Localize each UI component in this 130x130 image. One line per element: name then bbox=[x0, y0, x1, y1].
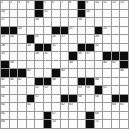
black-square-r7c9 bbox=[69, 52, 77, 60]
clue-number: 13 bbox=[120, 1, 124, 4]
black-square-r7c14 bbox=[112, 52, 120, 60]
cell-r5c10[interactable] bbox=[78, 35, 86, 43]
cell-r1c7[interactable]: 6 bbox=[52, 1, 60, 9]
cell-r11c15[interactable] bbox=[120, 86, 128, 94]
clue-number: 52 bbox=[44, 86, 48, 89]
clue-number: 36 bbox=[78, 52, 82, 55]
black-square-r4c1 bbox=[1, 27, 9, 35]
clue-number: 30 bbox=[27, 44, 31, 47]
black-square-r12c8 bbox=[61, 95, 69, 103]
cell-r15c4[interactable] bbox=[27, 120, 35, 128]
cell-r14c15[interactable] bbox=[120, 112, 128, 120]
cell-r5c2[interactable]: 24 bbox=[10, 35, 18, 43]
cell-r1c14[interactable]: 12 bbox=[112, 1, 120, 9]
cell-r11c8[interactable] bbox=[61, 86, 69, 94]
clue-number: 69 bbox=[1, 120, 5, 123]
cell-r9c9[interactable] bbox=[69, 69, 77, 77]
black-square-r11c12 bbox=[95, 86, 103, 94]
cell-r1c15[interactable]: 13 bbox=[120, 1, 128, 9]
black-square-r7c13 bbox=[103, 52, 111, 60]
cell-r8c13[interactable]: 40 bbox=[103, 61, 111, 69]
cell-r4c5[interactable] bbox=[35, 27, 43, 35]
cell-r13c10[interactable] bbox=[78, 103, 86, 111]
cell-r8c6[interactable] bbox=[44, 61, 52, 69]
clue-number: 62 bbox=[61, 103, 65, 106]
clue-number: 60 bbox=[1, 103, 5, 106]
cell-r12c5[interactable]: 57 bbox=[35, 95, 43, 103]
cell-r12c11[interactable] bbox=[86, 95, 94, 103]
cell-r2c14[interactable] bbox=[112, 10, 120, 18]
clue-number: 28 bbox=[95, 35, 99, 38]
clue-number: 66 bbox=[1, 112, 5, 115]
clue-number: 15 bbox=[44, 10, 48, 13]
cell-r1c4[interactable]: 4 bbox=[27, 1, 35, 9]
clue-number: 55 bbox=[103, 86, 107, 89]
cell-r15c2[interactable] bbox=[10, 120, 18, 128]
black-square-r1c10 bbox=[78, 1, 86, 9]
black-square-r12c15 bbox=[120, 95, 128, 103]
cell-r14c7[interactable]: 67 bbox=[52, 112, 60, 120]
cell-r7c10[interactable]: 36 bbox=[78, 52, 86, 60]
clue-number: 48 bbox=[52, 78, 56, 81]
cell-r12c2[interactable] bbox=[10, 95, 18, 103]
clue-number: 16 bbox=[86, 10, 90, 13]
cell-r5c6[interactable] bbox=[44, 35, 52, 43]
cell-r6c1[interactable]: 29 bbox=[1, 44, 9, 52]
cell-r2c4[interactable] bbox=[27, 10, 35, 18]
cell-r8c11[interactable] bbox=[86, 61, 94, 69]
cell-r7c11[interactable]: 37 bbox=[86, 52, 94, 60]
cell-r13c6[interactable] bbox=[44, 103, 52, 111]
cell-r2c12[interactable] bbox=[95, 10, 103, 18]
clue-number: 57 bbox=[35, 95, 39, 98]
black-square-r5c4 bbox=[27, 35, 35, 43]
cell-r13c8[interactable]: 62 bbox=[61, 103, 69, 111]
black-square-r6c6 bbox=[44, 44, 52, 52]
cell-r10c12[interactable]: 49 bbox=[95, 78, 103, 86]
black-square-r7c15 bbox=[120, 52, 128, 60]
cell-r2c11[interactable]: 16 bbox=[86, 10, 94, 18]
cell-r6c7[interactable]: 31 bbox=[52, 44, 60, 52]
cell-r13c11[interactable] bbox=[86, 103, 94, 111]
cell-r10c15[interactable] bbox=[120, 78, 128, 86]
cell-r15c7[interactable]: 70 bbox=[52, 120, 60, 128]
cell-r7c3[interactable] bbox=[18, 52, 26, 60]
black-square-r4c8 bbox=[61, 27, 69, 35]
cell-r14c12[interactable]: 68 bbox=[95, 112, 103, 120]
cell-r15c1[interactable]: 69 bbox=[1, 120, 9, 128]
cell-r5c14[interactable] bbox=[112, 35, 120, 43]
cell-r3c1[interactable]: 17 bbox=[1, 18, 9, 26]
cell-r9c12[interactable] bbox=[95, 69, 103, 77]
cell-r13c4[interactable]: 61 bbox=[27, 103, 35, 111]
cell-r13c12[interactable] bbox=[95, 103, 103, 111]
black-square-r12c4 bbox=[27, 95, 35, 103]
cell-r2c6[interactable]: 15 bbox=[44, 10, 52, 18]
cell-r14c4[interactable] bbox=[27, 112, 35, 120]
clue-number: 42 bbox=[27, 69, 31, 72]
clue-number: 29 bbox=[1, 44, 5, 47]
cell-r11c3[interactable] bbox=[18, 86, 26, 94]
cell-r5c12[interactable]: 28 bbox=[95, 35, 103, 43]
cell-r7c5[interactable]: 34 bbox=[35, 52, 43, 60]
cell-r13c15[interactable]: 65 bbox=[120, 103, 128, 111]
clue-number: 58 bbox=[78, 95, 82, 98]
cell-r10c1[interactable]: 45 bbox=[1, 78, 9, 86]
cell-r9c14[interactable] bbox=[112, 69, 120, 77]
black-square-r1c5 bbox=[35, 1, 43, 9]
black-square-r15c6 bbox=[44, 120, 52, 128]
cell-r15c3[interactable] bbox=[18, 120, 26, 128]
cell-r8c2[interactable]: 38 bbox=[10, 61, 18, 69]
cell-r3c5[interactable]: 18 bbox=[35, 18, 43, 26]
clue-number: 31 bbox=[52, 44, 56, 47]
cell-r6c14[interactable] bbox=[112, 44, 120, 52]
clue-number: 27 bbox=[61, 35, 65, 38]
clue-number: 37 bbox=[86, 52, 90, 55]
cell-r3c8[interactable] bbox=[61, 18, 69, 26]
cell-r8c8[interactable] bbox=[61, 61, 69, 69]
cell-r1c1[interactable]: 1 bbox=[1, 1, 9, 9]
cell-r3c7[interactable] bbox=[52, 18, 60, 26]
clue-number: 43 bbox=[61, 69, 65, 72]
cell-r5c5[interactable]: 25 bbox=[35, 35, 43, 43]
cell-r2c15[interactable] bbox=[120, 10, 128, 18]
clue-number: 63 bbox=[69, 103, 73, 106]
cell-r10c7[interactable]: 48 bbox=[52, 78, 60, 86]
crossword-board: 1234567891011121314151617181920212223242… bbox=[0, 0, 129, 129]
cell-r4c6[interactable] bbox=[44, 27, 52, 35]
cell-r4c11[interactable] bbox=[86, 27, 94, 35]
cell-r7c7[interactable] bbox=[52, 52, 60, 60]
cell-r14c10[interactable] bbox=[78, 112, 86, 120]
clue-number: 61 bbox=[27, 103, 31, 106]
clue-number: 4 bbox=[27, 1, 29, 4]
clue-number: 33 bbox=[1, 52, 5, 55]
clue-number: 22 bbox=[103, 27, 107, 30]
cell-r15c14[interactable] bbox=[112, 120, 120, 128]
cell-r8c4[interactable] bbox=[27, 61, 35, 69]
clue-number: 45 bbox=[1, 78, 5, 81]
cell-r15c12[interactable]: 71 bbox=[95, 120, 103, 128]
clue-number: 47 bbox=[18, 78, 22, 81]
clue-number: 26 bbox=[52, 35, 56, 38]
cell-r12c6[interactable] bbox=[44, 95, 52, 103]
cell-r13c13[interactable] bbox=[103, 103, 111, 111]
black-square-r4c12 bbox=[95, 27, 103, 35]
clue-number: 68 bbox=[95, 112, 99, 115]
cell-r6c15[interactable] bbox=[120, 44, 128, 52]
cell-r10c3[interactable]: 47 bbox=[18, 78, 26, 86]
clue-number: 9 bbox=[86, 1, 88, 4]
cell-r9c5[interactable] bbox=[35, 69, 43, 77]
cell-r11c7[interactable] bbox=[52, 86, 60, 94]
clue-number: 41 bbox=[112, 61, 116, 64]
cell-r8c10[interactable] bbox=[78, 61, 86, 69]
cell-r8c12[interactable] bbox=[95, 61, 103, 69]
black-square-r9c7 bbox=[52, 69, 60, 77]
cell-r8c3[interactable] bbox=[18, 61, 26, 69]
cell-r9c8[interactable]: 43 bbox=[61, 69, 69, 77]
cell-r5c3[interactable] bbox=[18, 35, 26, 43]
cell-r14c3[interactable] bbox=[18, 112, 26, 120]
clue-number: 64 bbox=[112, 103, 116, 106]
cell-r12c7[interactable] bbox=[52, 95, 60, 103]
cell-r4c3[interactable]: 20 bbox=[18, 27, 26, 35]
cell-r13c7[interactable] bbox=[52, 103, 60, 111]
cell-r2c13[interactable] bbox=[103, 10, 111, 18]
cell-r1c11[interactable]: 9 bbox=[86, 1, 94, 9]
clue-number: 20 bbox=[18, 27, 22, 30]
clue-number: 49 bbox=[95, 78, 99, 81]
black-square-r8c15 bbox=[120, 61, 128, 69]
black-square-r10c5 bbox=[35, 78, 43, 86]
cell-r13c5[interactable] bbox=[35, 103, 43, 111]
cell-r14c13[interactable] bbox=[103, 112, 111, 120]
cell-r14c8[interactable] bbox=[61, 112, 69, 120]
black-square-r4c2 bbox=[10, 27, 18, 35]
cell-r6c9[interactable] bbox=[69, 44, 77, 52]
black-square-r2c5 bbox=[35, 10, 43, 18]
clue-number: 56 bbox=[1, 95, 5, 98]
cell-r8c14[interactable]: 41 bbox=[112, 61, 120, 69]
cell-r9c6[interactable] bbox=[44, 69, 52, 77]
clue-number: 70 bbox=[52, 120, 56, 123]
cell-r6c13[interactable] bbox=[103, 44, 111, 52]
clue-number: 5 bbox=[44, 1, 46, 4]
clue-number: 3 bbox=[18, 1, 20, 4]
black-square-r2c10 bbox=[78, 10, 86, 18]
cell-r7c12[interactable] bbox=[95, 52, 103, 60]
cell-r2c7[interactable] bbox=[52, 10, 60, 18]
clue-number: 54 bbox=[86, 86, 90, 89]
cell-r11c13[interactable]: 55 bbox=[103, 86, 111, 94]
cell-r13c3[interactable] bbox=[18, 103, 26, 111]
cell-r2c3[interactable] bbox=[18, 10, 26, 18]
cell-r5c9[interactable] bbox=[69, 35, 77, 43]
cell-r13c1[interactable]: 60 bbox=[1, 103, 9, 111]
black-square-r6c10 bbox=[78, 44, 86, 52]
black-square-r10c6 bbox=[44, 78, 52, 86]
cell-r10c4[interactable] bbox=[27, 78, 35, 86]
cell-r10c13[interactable] bbox=[103, 78, 111, 86]
cell-r9c13[interactable] bbox=[103, 69, 111, 77]
cell-r11c11[interactable]: 54 bbox=[86, 86, 94, 94]
cell-r7c6[interactable]: 35 bbox=[44, 52, 52, 60]
cell-r9c4[interactable]: 42 bbox=[27, 69, 35, 77]
cell-r7c8[interactable] bbox=[61, 52, 69, 60]
cell-r1c6[interactable]: 5 bbox=[44, 1, 52, 9]
cell-r3c13[interactable] bbox=[103, 18, 111, 26]
cell-r4c13[interactable]: 22 bbox=[103, 27, 111, 35]
cell-r4c14[interactable] bbox=[112, 27, 120, 35]
cell-r11c2[interactable] bbox=[10, 86, 18, 94]
cell-r2c2[interactable] bbox=[10, 10, 18, 18]
cell-r3c2[interactable] bbox=[10, 18, 18, 26]
cell-r2c9[interactable] bbox=[69, 10, 77, 18]
clue-number: 32 bbox=[95, 44, 99, 47]
cell-r6c3[interactable] bbox=[18, 44, 26, 52]
clue-number: 11 bbox=[103, 1, 107, 4]
clue-number: 10 bbox=[95, 1, 99, 4]
cell-r1c2[interactable]: 2 bbox=[10, 1, 18, 9]
cell-r3c14[interactable] bbox=[112, 18, 120, 26]
cell-r15c9[interactable] bbox=[69, 120, 77, 128]
clue-number: 25 bbox=[35, 35, 39, 38]
cell-r7c2[interactable] bbox=[10, 52, 18, 60]
cell-r6c8[interactable] bbox=[61, 44, 69, 52]
black-square-r6c5 bbox=[35, 44, 43, 52]
cell-r9c11[interactable] bbox=[86, 69, 94, 77]
cell-r9c10[interactable] bbox=[78, 69, 86, 77]
clue-number: 51 bbox=[35, 86, 39, 89]
cell-r1c9[interactable]: 8 bbox=[69, 1, 77, 9]
cell-r11c6[interactable]: 52 bbox=[44, 86, 52, 94]
clue-number: 2 bbox=[10, 1, 12, 4]
cell-r3c6[interactable] bbox=[44, 18, 52, 26]
cell-r9c15[interactable]: 44 bbox=[120, 69, 128, 77]
clue-number: 8 bbox=[69, 1, 71, 4]
cell-r4c10[interactable] bbox=[78, 27, 86, 35]
cell-r10c9[interactable] bbox=[69, 78, 77, 86]
clue-number: 53 bbox=[78, 86, 82, 89]
black-square-r14c11 bbox=[86, 112, 94, 120]
cell-r7c1[interactable]: 33 bbox=[1, 52, 9, 60]
cell-r4c9[interactable]: 21 bbox=[69, 27, 77, 35]
black-square-r9c1 bbox=[1, 69, 9, 77]
cell-r14c9[interactable] bbox=[69, 112, 77, 120]
cell-r1c12[interactable]: 10 bbox=[95, 1, 103, 9]
crossword-puzzle-page: 1234567891011121314151617181920212223242… bbox=[0, 0, 130, 130]
cell-r13c14[interactable]: 64 bbox=[112, 103, 120, 111]
cell-r15c10[interactable] bbox=[78, 120, 86, 128]
black-square-r4c7 bbox=[52, 27, 60, 35]
cell-r11c14[interactable] bbox=[112, 86, 120, 94]
cell-r10c2[interactable]: 46 bbox=[10, 78, 18, 86]
cell-r5c15[interactable] bbox=[120, 35, 128, 43]
clue-number: 39 bbox=[69, 61, 73, 64]
cell-r7c4[interactable] bbox=[27, 52, 35, 60]
cell-r14c5[interactable] bbox=[35, 112, 43, 120]
cell-r3c9[interactable] bbox=[69, 18, 77, 26]
clue-number: 23 bbox=[1, 35, 5, 38]
clue-number: 14 bbox=[1, 10, 5, 13]
cell-r2c1[interactable]: 14 bbox=[1, 10, 9, 18]
cell-r8c5[interactable] bbox=[35, 61, 43, 69]
cell-r12c12[interactable]: 59 bbox=[95, 95, 103, 103]
cell-r12c10[interactable]: 58 bbox=[78, 95, 86, 103]
cell-r4c15[interactable] bbox=[120, 27, 128, 35]
cell-r12c1[interactable]: 56 bbox=[1, 95, 9, 103]
clue-number: 7 bbox=[61, 1, 63, 4]
clue-number: 34 bbox=[35, 52, 39, 55]
clue-number: 6 bbox=[52, 1, 54, 4]
cell-r3c12[interactable] bbox=[95, 18, 103, 26]
cell-r13c2[interactable] bbox=[10, 103, 18, 111]
cell-r13c9[interactable]: 63 bbox=[69, 103, 77, 111]
cell-r5c13[interactable] bbox=[103, 35, 111, 43]
cell-r15c13[interactable] bbox=[103, 120, 111, 128]
cell-r11c4[interactable] bbox=[27, 86, 35, 94]
black-square-r12c9 bbox=[69, 95, 77, 103]
cell-r1c8[interactable]: 7 bbox=[61, 1, 69, 9]
clue-number: 35 bbox=[44, 52, 48, 55]
cell-r11c1[interactable]: 50 bbox=[1, 86, 9, 94]
cell-r6c12[interactable]: 32 bbox=[95, 44, 103, 52]
clue-number: 24 bbox=[10, 35, 14, 38]
black-square-r10c11 bbox=[86, 78, 94, 86]
cell-r1c13[interactable]: 11 bbox=[103, 1, 111, 9]
clue-number: 1 bbox=[1, 1, 3, 4]
cell-r1c3[interactable]: 3 bbox=[18, 1, 26, 9]
black-square-r9c2 bbox=[10, 69, 18, 77]
cell-r3c11[interactable] bbox=[86, 18, 94, 26]
cell-r15c15[interactable] bbox=[120, 120, 128, 128]
clue-number: 67 bbox=[52, 112, 56, 115]
cell-r10c14[interactable] bbox=[112, 78, 120, 86]
cell-r15c8[interactable] bbox=[61, 120, 69, 128]
clue-number: 19 bbox=[78, 18, 82, 21]
clue-number: 59 bbox=[95, 95, 99, 98]
black-square-r8c1 bbox=[1, 61, 9, 69]
cell-r3c10[interactable]: 19 bbox=[78, 18, 86, 26]
clue-number: 46 bbox=[10, 78, 14, 81]
cell-r11c10[interactable]: 53 bbox=[78, 86, 86, 94]
clue-number: 44 bbox=[120, 69, 124, 72]
black-square-r9c3 bbox=[18, 69, 26, 77]
cell-r11c9[interactable] bbox=[69, 86, 77, 94]
cell-r4c4[interactable] bbox=[27, 27, 35, 35]
cell-r14c14[interactable] bbox=[112, 112, 120, 120]
clue-number: 50 bbox=[1, 86, 5, 89]
cell-r3c4[interactable] bbox=[27, 18, 35, 26]
cell-r2c8[interactable] bbox=[61, 10, 69, 18]
cell-r8c7[interactable] bbox=[52, 61, 60, 69]
cell-r3c15[interactable] bbox=[120, 18, 128, 26]
clue-number: 40 bbox=[103, 61, 107, 64]
black-square-r14c6 bbox=[44, 112, 52, 120]
black-square-r12c14 bbox=[112, 95, 120, 103]
cell-r5c7[interactable]: 26 bbox=[52, 35, 60, 43]
clue-number: 38 bbox=[10, 61, 14, 64]
clue-number: 18 bbox=[35, 18, 39, 21]
black-square-r15c11 bbox=[86, 120, 94, 128]
cell-r6c4[interactable]: 30 bbox=[27, 44, 35, 52]
cell-r14c1[interactable]: 66 bbox=[1, 112, 9, 120]
cell-r14c2[interactable] bbox=[10, 112, 18, 120]
cell-r5c11[interactable] bbox=[86, 35, 94, 43]
cell-r6c2[interactable] bbox=[10, 44, 18, 52]
clue-number: 17 bbox=[1, 18, 5, 21]
cell-r3c3[interactable] bbox=[18, 18, 26, 26]
clue-number: 21 bbox=[69, 27, 73, 30]
cell-r10c8[interactable] bbox=[61, 78, 69, 86]
clue-number: 71 bbox=[95, 120, 99, 123]
clue-number: 65 bbox=[120, 103, 124, 106]
black-square-r6c11 bbox=[86, 44, 94, 52]
cell-r12c3[interactable] bbox=[18, 95, 26, 103]
cell-r5c8[interactable]: 27 bbox=[61, 35, 69, 43]
cell-r12c13[interactable] bbox=[103, 95, 111, 103]
cell-r5c1[interactable]: 23 bbox=[1, 35, 9, 43]
cell-r15c5[interactable] bbox=[35, 120, 43, 128]
cell-r11c5[interactable]: 51 bbox=[35, 86, 43, 94]
black-square-r10c10 bbox=[78, 78, 86, 86]
cell-r8c9[interactable]: 39 bbox=[69, 61, 77, 69]
clue-number: 12 bbox=[112, 1, 116, 4]
